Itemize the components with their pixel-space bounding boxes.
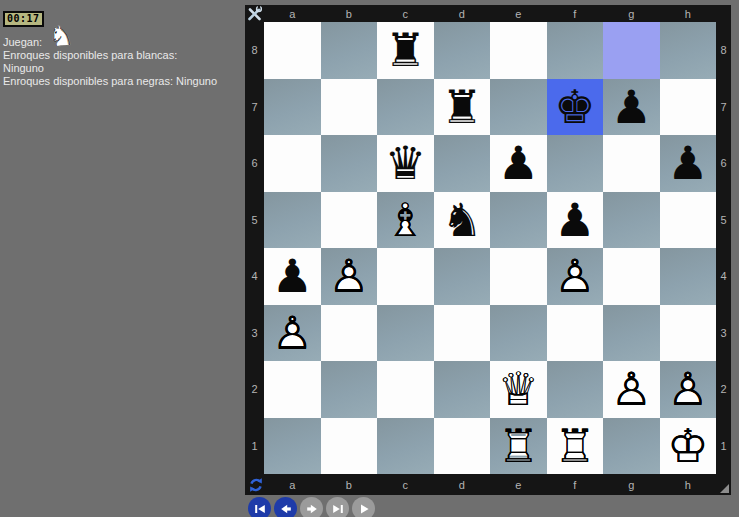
file-labels-top: abcdefgh xyxy=(264,5,716,22)
square-c3[interactable] xyxy=(377,305,434,362)
white-queen-e2[interactable]: ♛♕ xyxy=(490,361,547,418)
black-pawn-h6[interactable]: ♟ xyxy=(660,135,717,192)
square-b1[interactable] xyxy=(321,418,378,475)
square-b2[interactable] xyxy=(321,361,378,418)
square-b5[interactable] xyxy=(321,192,378,249)
rank-label-6: 6 xyxy=(245,135,264,192)
rank-label-7: 7 xyxy=(716,79,731,136)
file-label-c: c xyxy=(377,476,434,493)
square-a7[interactable] xyxy=(264,79,321,136)
square-a1[interactable] xyxy=(264,418,321,475)
square-f8[interactable] xyxy=(547,22,604,79)
info-panel: 00:17 ♞ ♘ Juegan: Enroques disponibles p… xyxy=(3,8,241,88)
white-knight-turn-icon: ♞ ♘ xyxy=(44,19,77,54)
square-g2[interactable]: ♟♙ xyxy=(603,361,660,418)
square-f5[interactable]: ♟ xyxy=(547,192,604,249)
square-a4[interactable]: ♟ xyxy=(264,248,321,305)
square-d3[interactable] xyxy=(434,305,491,362)
rank-label-3: 3 xyxy=(716,305,731,362)
step-forward-button[interactable] xyxy=(300,497,323,517)
rank-labels-right: 87654321 xyxy=(716,22,731,474)
square-c8[interactable]: ♜ xyxy=(377,22,434,79)
file-label-h: h xyxy=(660,5,717,22)
rank-label-1: 1 xyxy=(716,418,731,475)
rank-label-4: 4 xyxy=(245,248,264,305)
step-back-button[interactable] xyxy=(274,497,297,517)
file-label-c: c xyxy=(377,5,434,22)
file-label-f: f xyxy=(547,5,604,22)
rank-label-2: 2 xyxy=(245,361,264,418)
refresh-icon[interactable] xyxy=(248,477,264,493)
square-g1[interactable] xyxy=(603,418,660,475)
file-label-d: d xyxy=(434,476,491,493)
castling-white-value: Ninguno xyxy=(3,62,241,75)
square-g8[interactable] xyxy=(603,22,660,79)
white-bishop-c5[interactable]: ♝♗ xyxy=(377,192,434,249)
file-label-e: e xyxy=(490,5,547,22)
square-f7[interactable]: ♚ xyxy=(547,79,604,136)
file-label-e: e xyxy=(490,476,547,493)
square-g4[interactable] xyxy=(603,248,660,305)
board-squares: ♜♜♚♟♛♟♟♝♗♞♟♟♟♙♟♙♟♙♛♕♟♙♟♙♜♖♜♖♚♔ xyxy=(264,22,716,474)
square-c4[interactable] xyxy=(377,248,434,305)
square-c7[interactable] xyxy=(377,79,434,136)
square-e3[interactable] xyxy=(490,305,547,362)
black-knight-d5[interactable]: ♞ xyxy=(434,192,491,249)
square-h2[interactable]: ♟♙ xyxy=(660,361,717,418)
square-g5[interactable] xyxy=(603,192,660,249)
resize-grip[interactable] xyxy=(720,484,729,493)
square-f6[interactable] xyxy=(547,135,604,192)
rank-label-3: 3 xyxy=(245,305,264,362)
square-d8[interactable] xyxy=(434,22,491,79)
black-king-f7[interactable]: ♚ xyxy=(547,79,604,136)
square-h6[interactable]: ♟ xyxy=(660,135,717,192)
square-d2[interactable] xyxy=(434,361,491,418)
rank-label-1: 1 xyxy=(245,418,264,475)
square-e6[interactable]: ♟ xyxy=(490,135,547,192)
square-c6[interactable]: ♛ xyxy=(377,135,434,192)
rank-label-8: 8 xyxy=(716,22,731,79)
square-g7[interactable]: ♟ xyxy=(603,79,660,136)
rank-label-8: 8 xyxy=(245,22,264,79)
square-g3[interactable] xyxy=(603,305,660,362)
square-h1[interactable]: ♚♔ xyxy=(660,418,717,475)
square-f3[interactable] xyxy=(547,305,604,362)
square-h5[interactable] xyxy=(660,192,717,249)
wrench-tools-icon[interactable] xyxy=(247,6,262,21)
square-d1[interactable] xyxy=(434,418,491,475)
square-c5[interactable]: ♝♗ xyxy=(377,192,434,249)
square-c2[interactable] xyxy=(377,361,434,418)
square-a2[interactable] xyxy=(264,361,321,418)
file-labels-bottom: abcdefgh xyxy=(264,476,716,493)
square-g6[interactable] xyxy=(603,135,660,192)
square-a6[interactable] xyxy=(264,135,321,192)
square-b7[interactable] xyxy=(321,79,378,136)
chess-board: abcdefgh 87654321 ♜♜♚♟♛♟♟♝♗♞♟♟♟♙♟♙♟♙♛♕♟♙… xyxy=(245,5,731,495)
playback-controls xyxy=(248,497,375,517)
white-pawn-g2[interactable]: ♟♙ xyxy=(603,361,660,418)
square-d5[interactable]: ♞ xyxy=(434,192,491,249)
square-d4[interactable] xyxy=(434,248,491,305)
square-b3[interactable] xyxy=(321,305,378,362)
rank-label-2: 2 xyxy=(716,361,731,418)
castling-black-label: Enroques disponibles para negras: Ningun… xyxy=(3,75,241,88)
square-e8[interactable] xyxy=(490,22,547,79)
square-e5[interactable] xyxy=(490,192,547,249)
square-c1[interactable] xyxy=(377,418,434,475)
square-b8[interactable] xyxy=(321,22,378,79)
go-to-end-button[interactable] xyxy=(326,497,349,517)
square-b6[interactable] xyxy=(321,135,378,192)
game-timer: 00:17 xyxy=(3,11,44,27)
autoplay-button[interactable] xyxy=(352,497,375,517)
rank-label-6: 6 xyxy=(716,135,731,192)
file-label-f: f xyxy=(547,476,604,493)
file-label-b: b xyxy=(321,476,378,493)
square-f1[interactable]: ♜♖ xyxy=(547,418,604,475)
black-pawn-f5[interactable]: ♟ xyxy=(547,192,604,249)
square-a8[interactable] xyxy=(264,22,321,79)
rank-labels-left: 87654321 xyxy=(245,22,264,474)
rank-label-4: 4 xyxy=(716,248,731,305)
castling-white-label: Enroques disponibles para blancas: xyxy=(3,49,241,62)
square-h4[interactable] xyxy=(660,248,717,305)
turn-label: Juegan: xyxy=(3,36,241,49)
rank-label-7: 7 xyxy=(245,79,264,136)
square-e1[interactable]: ♜♖ xyxy=(490,418,547,475)
black-pawn-e6[interactable]: ♟ xyxy=(490,135,547,192)
file-label-g: g xyxy=(603,5,660,22)
white-pawn-f4[interactable]: ♟♙ xyxy=(547,248,604,305)
white-rook-e1[interactable]: ♜♖ xyxy=(490,418,547,475)
square-h3[interactable] xyxy=(660,305,717,362)
square-h8[interactable] xyxy=(660,22,717,79)
square-a3[interactable]: ♟♙ xyxy=(264,305,321,362)
square-d7[interactable]: ♜ xyxy=(434,79,491,136)
square-e7[interactable] xyxy=(490,79,547,136)
black-queen-c6[interactable]: ♛ xyxy=(377,135,434,192)
black-rook-d7[interactable]: ♜ xyxy=(434,79,491,136)
square-d6[interactable] xyxy=(434,135,491,192)
black-pawn-a4[interactable]: ♟ xyxy=(264,248,321,305)
black-rook-c8[interactable]: ♜ xyxy=(377,22,434,79)
black-pawn-g7[interactable]: ♟ xyxy=(603,79,660,136)
rank-label-5: 5 xyxy=(716,192,731,249)
square-e2[interactable]: ♛♕ xyxy=(490,361,547,418)
go-to-start-button[interactable] xyxy=(248,497,271,517)
square-b4[interactable]: ♟♙ xyxy=(321,248,378,305)
white-pawn-b4[interactable]: ♟♙ xyxy=(321,248,378,305)
file-label-a: a xyxy=(264,476,321,493)
square-f2[interactable] xyxy=(547,361,604,418)
square-f4[interactable]: ♟♙ xyxy=(547,248,604,305)
square-e4[interactable] xyxy=(490,248,547,305)
file-label-g: g xyxy=(603,476,660,493)
white-pawn-a3[interactable]: ♟♙ xyxy=(264,305,321,362)
white-rook-f1[interactable]: ♜♖ xyxy=(547,418,604,475)
white-pawn-h2[interactable]: ♟♙ xyxy=(660,361,717,418)
file-label-h: h xyxy=(660,476,717,493)
file-label-b: b xyxy=(321,5,378,22)
square-h7[interactable] xyxy=(660,79,717,136)
file-label-a: a xyxy=(264,5,321,22)
file-label-d: d xyxy=(434,5,491,22)
square-a5[interactable] xyxy=(264,192,321,249)
white-king-h1[interactable]: ♚♔ xyxy=(660,418,717,475)
rank-label-5: 5 xyxy=(245,192,264,249)
